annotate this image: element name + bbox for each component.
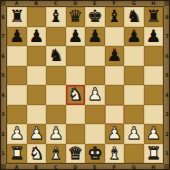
square-f7[interactable] [105, 27, 125, 47]
file-label-e: E [85, 164, 105, 170]
square-c3[interactable] [46, 105, 66, 125]
square-a4[interactable] [7, 85, 27, 105]
board-grid: ♜♝♛♚♝♞♜♟♟♟♟♟♟♞♟♞♟♟♟♟♟♟♟♜♞♝♛♚♝♜ [6, 6, 164, 164]
file-label-c: C [46, 164, 66, 170]
frame-corner [164, 164, 170, 170]
chess-board-frame: ABCDEFGH ABCDEFGH 87654321 87654321 ♜♝♛♚… [0, 0, 170, 170]
black-rook-h8[interactable]: ♜ [146, 7, 161, 26]
square-f5[interactable] [105, 66, 125, 86]
rank-label-8: 8 [164, 7, 170, 27]
white-pawn-h2[interactable]: ♟ [146, 124, 161, 143]
square-b7[interactable]: ♟ [27, 27, 47, 47]
frame-corner [0, 164, 6, 170]
square-g6[interactable] [124, 46, 144, 66]
square-a5[interactable] [7, 66, 27, 86]
square-d6[interactable] [66, 46, 86, 66]
square-h4[interactable] [144, 85, 164, 105]
black-pawn-b7[interactable]: ♟ [29, 27, 44, 46]
white-bishop-c1[interactable]: ♝ [48, 144, 63, 163]
black-rook-a8[interactable]: ♜ [9, 7, 24, 26]
white-pawn-e4[interactable]: ♟ [87, 85, 102, 104]
square-a7[interactable]: ♟ [7, 27, 27, 47]
square-a1[interactable]: ♜ [7, 144, 27, 164]
square-d7[interactable]: ♟ [66, 27, 86, 47]
square-h5[interactable] [144, 66, 164, 86]
square-a2[interactable]: ♟ [7, 124, 27, 144]
square-b4[interactable] [27, 85, 47, 105]
white-pawn-g2[interactable]: ♟ [126, 124, 141, 143]
black-knight-c6[interactable]: ♞ [48, 46, 63, 65]
file-label-g: G [124, 164, 144, 170]
square-c5[interactable] [46, 66, 66, 86]
file-label-b: B [27, 164, 47, 170]
white-bishop-f1[interactable]: ♝ [107, 144, 122, 163]
black-knight-g8[interactable]: ♞ [126, 7, 141, 26]
rank-label-6: 6 [164, 46, 170, 66]
red-dot-marker [133, 29, 135, 31]
square-g3[interactable] [124, 105, 144, 125]
rank-label-1: 1 [164, 144, 170, 164]
white-queen-d1[interactable]: ♛ [68, 144, 83, 163]
square-e4[interactable]: ♟ [85, 85, 105, 105]
square-d2[interactable] [66, 124, 86, 144]
square-f8[interactable]: ♝ [105, 7, 125, 27]
square-h3[interactable] [144, 105, 164, 125]
file-label-a: A [7, 164, 27, 170]
square-g8[interactable]: ♞ [124, 7, 144, 27]
square-h7[interactable]: ♟ [144, 27, 164, 47]
square-f1[interactable]: ♝ [105, 144, 125, 164]
rank-label-3: 3 [164, 105, 170, 125]
square-d8[interactable]: ♛ [66, 7, 86, 27]
white-rook-a1[interactable]: ♜ [9, 144, 24, 163]
white-pawn-c2[interactable]: ♟ [48, 124, 63, 143]
square-e8[interactable]: ♚ [85, 7, 105, 27]
file-label-h: H [144, 164, 164, 170]
square-h1[interactable]: ♜ [144, 144, 164, 164]
square-f6[interactable]: ♟ [105, 46, 125, 66]
square-e6[interactable] [85, 46, 105, 66]
square-b8[interactable] [27, 7, 47, 27]
square-a3[interactable] [7, 105, 27, 125]
square-d3[interactable] [66, 105, 86, 125]
square-h6[interactable] [144, 46, 164, 66]
square-e1[interactable]: ♚ [85, 144, 105, 164]
square-c1[interactable]: ♝ [46, 144, 66, 164]
frame-corner [164, 0, 170, 6]
square-c8[interactable]: ♝ [46, 7, 66, 27]
file-label-d: D [66, 164, 86, 170]
square-g4[interactable] [124, 85, 144, 105]
white-pawn-f2[interactable]: ♟ [107, 124, 122, 143]
black-pawn-a7[interactable]: ♟ [9, 27, 24, 46]
square-g7[interactable]: ♟ [124, 27, 144, 47]
square-e7[interactable]: ♟ [85, 27, 105, 47]
black-queen-d8[interactable]: ♛ [68, 7, 83, 26]
white-knight-d4[interactable]: ♞ [68, 85, 83, 104]
square-e5[interactable] [85, 66, 105, 86]
square-c2[interactable]: ♟ [46, 124, 66, 144]
square-b1[interactable]: ♞ [27, 144, 47, 164]
square-c4[interactable] [46, 85, 66, 105]
rank-label-5: 5 [164, 66, 170, 86]
white-pawn-a2[interactable]: ♟ [9, 124, 24, 143]
white-knight-b1[interactable]: ♞ [29, 144, 44, 163]
square-g2[interactable]: ♟ [124, 124, 144, 144]
black-pawn-e7[interactable]: ♟ [87, 27, 102, 46]
square-b6[interactable] [27, 46, 47, 66]
black-bishop-c8[interactable]: ♝ [48, 7, 63, 26]
square-b2[interactable]: ♟ [27, 124, 47, 144]
square-h2[interactable]: ♟ [144, 124, 164, 144]
square-a8[interactable]: ♜ [7, 7, 27, 27]
rank-label-4: 4 [164, 85, 170, 105]
rank-label-7: 7 [164, 27, 170, 47]
square-e3[interactable] [85, 105, 105, 125]
square-c7[interactable] [46, 27, 66, 47]
square-g1[interactable] [124, 144, 144, 164]
black-pawn-h7[interactable]: ♟ [146, 27, 161, 46]
square-d5[interactable] [66, 66, 86, 86]
square-a6[interactable] [7, 46, 27, 66]
rank-labels-right: 87654321 [164, 7, 170, 163]
white-king-e1[interactable]: ♚ [87, 144, 102, 163]
file-labels-bottom: ABCDEFGH [7, 164, 163, 170]
white-rook-h1[interactable]: ♜ [146, 144, 161, 163]
rank-label-2: 2 [164, 124, 170, 144]
black-king-e8[interactable]: ♚ [87, 7, 102, 26]
black-bishop-f8[interactable]: ♝ [107, 7, 122, 26]
square-e2[interactable] [85, 124, 105, 144]
white-pawn-b2[interactable]: ♟ [29, 124, 44, 143]
square-d1[interactable]: ♛ [66, 144, 86, 164]
square-f2[interactable]: ♟ [105, 124, 125, 144]
square-g5[interactable] [124, 66, 144, 86]
square-f3[interactable] [105, 105, 125, 125]
file-label-f: F [105, 164, 125, 170]
square-h8[interactable]: ♜ [144, 7, 164, 27]
square-c6[interactable]: ♞ [46, 46, 66, 66]
square-d4[interactable]: ♞ [66, 85, 86, 105]
square-f4[interactable] [105, 85, 125, 105]
black-pawn-d7[interactable]: ♟ [68, 27, 83, 46]
square-b3[interactable] [27, 105, 47, 125]
square-b5[interactable] [27, 66, 47, 86]
